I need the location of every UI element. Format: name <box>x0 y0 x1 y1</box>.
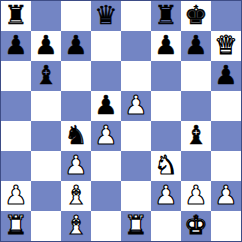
white-queen: ♛ <box>214 31 237 60</box>
square-f5[interactable] <box>151 91 181 121</box>
chess-board-wrapper: ♜♛♜♚♟♟♟♟♟♛♝♟♟♟♞♟♝♟♞♟♝♟♟♟♜♝♜♚ <box>0 0 242 242</box>
square-h3[interactable] <box>211 151 241 181</box>
white-pawn: ♟ <box>214 181 237 210</box>
square-f1[interactable] <box>151 211 181 241</box>
square-h7[interactable]: ♛ <box>211 31 241 61</box>
square-h2[interactable]: ♟ <box>211 181 241 211</box>
square-b6[interactable]: ♝ <box>31 61 61 91</box>
black-pawn: ♟ <box>184 31 207 60</box>
square-g5[interactable] <box>181 91 211 121</box>
square-c1[interactable]: ♝ <box>61 211 91 241</box>
black-pawn: ♟ <box>64 31 87 60</box>
square-a4[interactable] <box>1 121 31 151</box>
square-g7[interactable]: ♟ <box>181 31 211 61</box>
white-rook: ♜ <box>124 211 147 240</box>
square-e2[interactable] <box>121 181 151 211</box>
black-pawn: ♟ <box>4 31 27 60</box>
square-c4[interactable]: ♞ <box>61 121 91 151</box>
square-c7[interactable]: ♟ <box>61 31 91 61</box>
square-e4[interactable] <box>121 121 151 151</box>
square-f6[interactable] <box>151 61 181 91</box>
square-g2[interactable]: ♟ <box>181 181 211 211</box>
square-g3[interactable] <box>181 151 211 181</box>
square-d2[interactable] <box>91 181 121 211</box>
square-b4[interactable] <box>31 121 61 151</box>
black-bishop: ♝ <box>34 61 57 90</box>
black-pawn: ♟ <box>154 31 177 60</box>
white-pawn: ♟ <box>4 181 27 210</box>
square-g4[interactable]: ♝ <box>181 121 211 151</box>
square-b1[interactable] <box>31 211 61 241</box>
black-bishop: ♝ <box>184 121 207 150</box>
square-c6[interactable] <box>61 61 91 91</box>
square-g6[interactable] <box>181 61 211 91</box>
square-g8[interactable]: ♚ <box>181 1 211 31</box>
square-f3[interactable]: ♞ <box>151 151 181 181</box>
square-b8[interactable] <box>31 1 61 31</box>
square-a1[interactable]: ♜ <box>1 211 31 241</box>
square-f2[interactable]: ♟ <box>151 181 181 211</box>
black-knight: ♞ <box>64 121 87 150</box>
white-pawn: ♟ <box>64 151 87 180</box>
white-pawn: ♟ <box>94 121 117 150</box>
white-knight: ♞ <box>154 151 177 180</box>
chess-board: ♜♛♜♚♟♟♟♟♟♛♝♟♟♟♞♟♝♟♞♟♝♟♟♟♜♝♜♚ <box>0 0 242 242</box>
square-f7[interactable]: ♟ <box>151 31 181 61</box>
square-f4[interactable] <box>151 121 181 151</box>
square-a8[interactable]: ♜ <box>1 1 31 31</box>
square-e6[interactable] <box>121 61 151 91</box>
square-d6[interactable] <box>91 61 121 91</box>
square-a2[interactable]: ♟ <box>1 181 31 211</box>
black-pawn: ♟ <box>94 91 117 120</box>
white-pawn: ♟ <box>124 91 147 120</box>
square-a7[interactable]: ♟ <box>1 31 31 61</box>
square-a5[interactable] <box>1 91 31 121</box>
square-b2[interactable] <box>31 181 61 211</box>
white-rook: ♜ <box>4 211 27 240</box>
square-b7[interactable]: ♟ <box>31 31 61 61</box>
square-e1[interactable]: ♜ <box>121 211 151 241</box>
square-h5[interactable] <box>211 91 241 121</box>
square-b5[interactable] <box>31 91 61 121</box>
square-c2[interactable]: ♝ <box>61 181 91 211</box>
black-pawn: ♟ <box>34 31 57 60</box>
white-pawn: ♟ <box>154 181 177 210</box>
white-pawn: ♟ <box>184 181 207 210</box>
square-d8[interactable]: ♛ <box>91 1 121 31</box>
square-c3[interactable]: ♟ <box>61 151 91 181</box>
black-rook: ♜ <box>154 1 177 30</box>
white-bishop: ♝ <box>64 211 87 240</box>
black-queen: ♛ <box>94 1 117 30</box>
square-e7[interactable] <box>121 31 151 61</box>
square-d4[interactable]: ♟ <box>91 121 121 151</box>
square-h8[interactable] <box>211 1 241 31</box>
square-d5[interactable]: ♟ <box>91 91 121 121</box>
square-e5[interactable]: ♟ <box>121 91 151 121</box>
square-h4[interactable] <box>211 121 241 151</box>
square-d1[interactable] <box>91 211 121 241</box>
square-c5[interactable] <box>61 91 91 121</box>
square-e8[interactable] <box>121 1 151 31</box>
black-rook: ♜ <box>4 1 27 30</box>
white-bishop: ♝ <box>64 181 87 210</box>
square-f8[interactable]: ♜ <box>151 1 181 31</box>
black-pawn: ♟ <box>214 61 237 90</box>
square-e3[interactable] <box>121 151 151 181</box>
square-h6[interactable]: ♟ <box>211 61 241 91</box>
black-king: ♚ <box>184 1 207 30</box>
square-d3[interactable] <box>91 151 121 181</box>
square-a6[interactable] <box>1 61 31 91</box>
white-king: ♚ <box>184 211 207 240</box>
square-a3[interactable] <box>1 151 31 181</box>
square-c8[interactable] <box>61 1 91 31</box>
square-g1[interactable]: ♚ <box>181 211 211 241</box>
square-b3[interactable] <box>31 151 61 181</box>
square-d7[interactable] <box>91 31 121 61</box>
square-h1[interactable] <box>211 211 241 241</box>
